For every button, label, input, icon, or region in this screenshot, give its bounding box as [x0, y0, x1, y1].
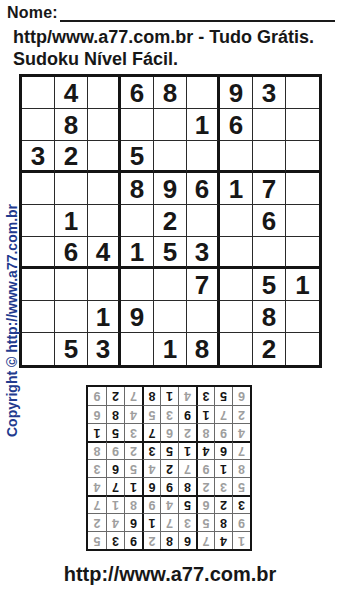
solution-cell: 5 — [178, 495, 196, 513]
puzzle-cell — [121, 109, 154, 141]
puzzle-cell: 6 — [220, 109, 253, 141]
puzzle-cell: 1 — [187, 109, 220, 141]
solution-cell: 8 — [178, 477, 196, 495]
puzzle-cell — [88, 205, 121, 237]
puzzle-cell — [220, 333, 253, 365]
puzzle-cell — [22, 301, 55, 333]
puzzle-cell: 9 — [220, 77, 253, 109]
solution-cell: 5 — [196, 513, 214, 531]
puzzle-cell — [154, 109, 187, 141]
puzzle-cell — [187, 205, 220, 237]
puzzle-cell: 1 — [55, 205, 88, 237]
puzzle-cell — [253, 237, 286, 269]
puzzle-cell: 1 — [88, 301, 121, 333]
solution-cell: 3 — [160, 405, 178, 423]
solution-cell: 7 — [178, 459, 196, 477]
solution-cell: 8 — [106, 405, 124, 423]
puzzle-cell — [220, 269, 253, 301]
puzzle-cell — [253, 141, 286, 173]
puzzle-cell — [88, 77, 121, 109]
solution-cell: 7 — [214, 405, 232, 423]
puzzle-cell — [22, 77, 55, 109]
puzzle-cell: 8 — [187, 333, 220, 365]
solution-cell: 1 — [160, 387, 178, 405]
worksheet-page: Nome: http/www.a77.com.br - Tudo Grátis.… — [0, 0, 340, 596]
puzzle-cell: 1 — [286, 269, 319, 301]
puzzle-cell — [55, 301, 88, 333]
solution-cell: 7 — [196, 531, 214, 549]
solution-cell: 5 — [124, 459, 142, 477]
solution-cell: 2 — [214, 495, 232, 513]
puzzle-cell: 1 — [121, 237, 154, 269]
puzzle-cell — [88, 173, 121, 205]
solution-cell: 7 — [160, 513, 178, 531]
puzzle-cell: 8 — [253, 301, 286, 333]
solution-cell: 8 — [160, 531, 178, 549]
solution-cell: 2 — [178, 423, 196, 441]
solution-cell: 2 — [124, 441, 142, 459]
puzzle-cell — [286, 301, 319, 333]
solution-cell: 7 — [106, 477, 124, 495]
header-level-line: Sudoku Nível Fácil. — [13, 49, 178, 70]
puzzle-cell — [220, 205, 253, 237]
solution-cell: 8 — [124, 495, 142, 513]
puzzle-cell: 9 — [154, 173, 187, 205]
puzzle-cell — [22, 205, 55, 237]
solution-cell: 9 — [160, 477, 178, 495]
solution-cell: 2 — [142, 531, 160, 549]
solution-cell: 9 — [178, 405, 196, 423]
puzzle-cell: 5 — [55, 333, 88, 365]
solution-cell: 1 — [124, 477, 142, 495]
solution-cell: 6 — [214, 441, 232, 459]
puzzle-cell: 4 — [88, 237, 121, 269]
solution-cell: 8 — [232, 459, 250, 477]
solution-cell: 8 — [88, 441, 106, 459]
puzzle-cell — [154, 269, 187, 301]
solution-cell: 1 — [142, 513, 160, 531]
puzzle-cell — [220, 237, 253, 269]
solution-cell: 4 — [142, 459, 160, 477]
puzzle-cell: 8 — [55, 109, 88, 141]
puzzle-cell: 3 — [187, 237, 220, 269]
puzzle-cell: 6 — [121, 77, 154, 109]
puzzle-cell: 2 — [154, 205, 187, 237]
solution-cell: 4 — [214, 531, 232, 549]
solution-cell: 5 — [106, 423, 124, 441]
solution-cell: 3 — [232, 495, 250, 513]
solution-cell: 2 — [232, 405, 250, 423]
solution-cell: 1 — [106, 495, 124, 513]
solution-cell: 4 — [88, 477, 106, 495]
puzzle-cell — [121, 205, 154, 237]
solution-cell: 9 — [142, 495, 160, 513]
puzzle-cell: 5 — [154, 237, 187, 269]
puzzle-cell — [154, 141, 187, 173]
puzzle-cell: 6 — [187, 173, 220, 205]
solution-cell: 8 — [214, 513, 232, 531]
name-row: Nome: — [7, 3, 335, 22]
puzzle-cell — [154, 301, 187, 333]
solution-cell: 4 — [232, 423, 250, 441]
solution-cell: 1 — [88, 423, 106, 441]
solution-cell: 1 — [178, 441, 196, 459]
name-label: Nome: — [7, 4, 58, 22]
puzzle-cell: 5 — [121, 141, 154, 173]
puzzle-cell — [22, 109, 55, 141]
puzzle-cell — [121, 269, 154, 301]
puzzle-cell — [286, 237, 319, 269]
puzzle-cell — [187, 77, 220, 109]
solution-cell: 6 — [178, 531, 196, 549]
solution-cell: 3 — [196, 387, 214, 405]
puzzle-cell: 2 — [55, 141, 88, 173]
puzzle-cell: 3 — [88, 333, 121, 365]
solution-cell: 9 — [88, 387, 106, 405]
puzzle-cell: 3 — [22, 141, 55, 173]
solution-cell: 1 — [232, 531, 250, 549]
solution-cell: 4 — [106, 513, 124, 531]
puzzle-cell — [286, 333, 319, 365]
solution-cell: 8 — [142, 387, 160, 405]
puzzle-cell: 7 — [253, 173, 286, 205]
puzzle-cell — [286, 205, 319, 237]
solution-cell: 3 — [178, 513, 196, 531]
puzzle-cell — [88, 141, 121, 173]
puzzle-cell — [88, 269, 121, 301]
puzzle-cell — [55, 269, 88, 301]
solution-cell: 7 — [88, 495, 106, 513]
solution-cell: 2 — [196, 477, 214, 495]
puzzle-cell — [22, 237, 55, 269]
puzzle-cell: 8 — [154, 77, 187, 109]
solution-cell: 3 — [214, 477, 232, 495]
copyright-vertical-text: Copyright © http://www.a77.com.br — [4, 150, 20, 437]
solution-cell: 6 — [232, 387, 250, 405]
puzzle-cell — [286, 173, 319, 205]
puzzle-cell — [22, 173, 55, 205]
puzzle-cell: 1 — [154, 333, 187, 365]
puzzle-cell: 9 — [121, 301, 154, 333]
solution-cell: 4 — [160, 495, 178, 513]
solution-cell: 5 — [142, 405, 160, 423]
puzzle-cell: 3 — [253, 77, 286, 109]
solution-cell: 6 — [196, 495, 214, 513]
solution-cell: 2 — [160, 459, 178, 477]
solution-cell: 5 — [88, 531, 106, 549]
solution-cell: 4 — [178, 387, 196, 405]
solution-cell: 9 — [124, 531, 142, 549]
solution-cell: 6 — [124, 513, 142, 531]
solution-cell: 2 — [88, 513, 106, 531]
solution-cell: 3 — [88, 459, 106, 477]
solution-cell: 5 — [232, 477, 250, 495]
puzzle-cell: 5 — [253, 269, 286, 301]
solution-cell: 6 — [160, 423, 178, 441]
puzzle-cell — [187, 301, 220, 333]
solution-cell: 4 — [196, 441, 214, 459]
solution-cell: 9 — [106, 441, 124, 459]
solution-cell: 5 — [160, 441, 178, 459]
puzzle-cell — [286, 77, 319, 109]
solution-cell: 4 — [124, 405, 142, 423]
solution-cell: 1 — [214, 459, 232, 477]
puzzle-cell: 2 — [253, 333, 286, 365]
puzzle-cell — [22, 269, 55, 301]
solution-cell: 6 — [142, 477, 160, 495]
solution-cell: 9 — [232, 513, 250, 531]
puzzle-cell — [253, 109, 286, 141]
puzzle-cell: 4 — [55, 77, 88, 109]
puzzle-cell — [220, 301, 253, 333]
puzzle-cell — [220, 141, 253, 173]
name-underline — [60, 3, 335, 22]
puzzle-cell — [187, 141, 220, 173]
solution-cell: 8 — [196, 423, 214, 441]
solution-cell: 6 — [88, 405, 106, 423]
main-sudoku-grid: 46893816325896171266415375119853182 — [19, 74, 322, 368]
solution-cell: 6 — [106, 459, 124, 477]
solution-cell: 3 — [124, 423, 142, 441]
puzzle-cell — [286, 141, 319, 173]
solution-cell: 7 — [232, 441, 250, 459]
puzzle-cell: 7 — [187, 269, 220, 301]
puzzle-cell: 1 — [220, 173, 253, 205]
solution-cell: 9 — [214, 423, 232, 441]
puzzle-cell — [55, 173, 88, 205]
solution-cell: 2 — [106, 387, 124, 405]
puzzle-cell — [121, 333, 154, 365]
solution-cell: 1 — [196, 405, 214, 423]
solution-cell: 7 — [124, 387, 142, 405]
solution-cell: 3 — [106, 531, 124, 549]
solution-grid: 1476829359853716423265498175328961748197… — [86, 385, 252, 551]
puzzle-cell: 6 — [55, 237, 88, 269]
solution-cell: 9 — [196, 459, 214, 477]
puzzle-cell — [286, 109, 319, 141]
footer-url: http://www.a77.com.br — [0, 563, 340, 586]
puzzle-cell: 8 — [121, 173, 154, 205]
solution-cell: 7 — [142, 423, 160, 441]
solution-cell: 3 — [142, 441, 160, 459]
solution-cell: 5 — [214, 387, 232, 405]
header-site-line: http/www.a77.com.br - Tudo Grátis. — [13, 27, 314, 48]
puzzle-cell — [88, 109, 121, 141]
puzzle-cell — [22, 333, 55, 365]
puzzle-cell: 6 — [253, 205, 286, 237]
